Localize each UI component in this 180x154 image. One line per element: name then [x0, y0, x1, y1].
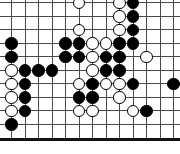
board-intersection[interactable]: [32, 77, 46, 91]
white-stone: [113, 91, 125, 103]
board-intersection[interactable]: [153, 104, 167, 118]
board-intersection[interactable]: [167, 37, 180, 51]
board-intersection[interactable]: [153, 77, 167, 91]
board-intersection[interactable]: [167, 23, 180, 37]
board-intersection[interactable]: [167, 91, 180, 105]
white-stone: [86, 105, 98, 117]
board-intersection[interactable]: [72, 0, 86, 10]
board-intersection[interactable]: [5, 64, 19, 78]
black-stone: [86, 91, 98, 103]
board-intersection[interactable]: [140, 0, 154, 10]
board-intersection[interactable]: [99, 64, 113, 78]
black-stone: [59, 51, 71, 63]
white-stone: [127, 105, 139, 117]
board-intersection[interactable]: [99, 118, 113, 132]
board-intersection[interactable]: [45, 91, 59, 105]
black-stone: [19, 64, 31, 76]
board-intersection[interactable]: [126, 10, 140, 24]
board-intersection[interactable]: [72, 23, 86, 37]
board-intersection[interactable]: [72, 104, 86, 118]
white-stone: [5, 105, 17, 117]
white-stone: [140, 51, 152, 63]
board-intersection[interactable]: [32, 118, 46, 132]
board-intersection[interactable]: [153, 23, 167, 37]
board-intersection[interactable]: [99, 50, 113, 64]
board-intersection[interactable]: [153, 64, 167, 78]
board-intersection[interactable]: [32, 104, 46, 118]
board-intersection[interactable]: [32, 37, 46, 51]
white-stone: [113, 0, 125, 9]
board-intersection[interactable]: [140, 91, 154, 105]
board-intersection[interactable]: [18, 64, 32, 78]
white-stone: [100, 37, 112, 49]
board-intersection[interactable]: [86, 50, 100, 64]
board-intersection[interactable]: [5, 91, 19, 105]
board-intersection[interactable]: [45, 64, 59, 78]
board-intersection[interactable]: [99, 131, 113, 145]
board-intersection[interactable]: [72, 10, 86, 24]
board-intersection[interactable]: [72, 77, 86, 91]
black-stone: [127, 37, 139, 49]
board-intersection[interactable]: [59, 23, 73, 37]
black-stone: [127, 24, 139, 36]
black-stone: [32, 64, 44, 76]
board-intersection[interactable]: [45, 77, 59, 91]
board-intersection[interactable]: [59, 91, 73, 105]
board-intersection[interactable]: [45, 131, 59, 145]
white-stone: [86, 51, 98, 63]
board-intersection[interactable]: [99, 23, 113, 37]
board-intersection[interactable]: [45, 10, 59, 24]
board-intersection[interactable]: [113, 64, 127, 78]
board-intersection[interactable]: [72, 91, 86, 105]
go-board[interactable]: [5, 0, 180, 145]
board-intersection[interactable]: [126, 104, 140, 118]
black-stone: [73, 51, 85, 63]
board-intersection[interactable]: [5, 77, 19, 91]
board-intersection[interactable]: [86, 104, 100, 118]
black-stone: [100, 51, 112, 63]
board-intersection[interactable]: [72, 131, 86, 145]
board-intersection[interactable]: [18, 131, 32, 145]
white-stone: [113, 78, 125, 90]
board-intersection[interactable]: [153, 91, 167, 105]
board-intersection[interactable]: [153, 131, 167, 145]
board-intersection[interactable]: [5, 37, 19, 51]
board-intersection[interactable]: [86, 23, 100, 37]
board-intersection[interactable]: [140, 77, 154, 91]
black-stone: [46, 64, 58, 76]
board-intersection[interactable]: [167, 118, 180, 132]
board-intersection[interactable]: [86, 118, 100, 132]
board-intersection[interactable]: [167, 0, 180, 10]
board-intersection[interactable]: [59, 104, 73, 118]
board-intersection[interactable]: [59, 37, 73, 51]
white-stone: [73, 105, 85, 117]
board-intersection[interactable]: [99, 91, 113, 105]
board-intersection[interactable]: [167, 77, 180, 91]
board-intersection[interactable]: [140, 23, 154, 37]
black-stone: [140, 105, 152, 117]
board-intersection[interactable]: [18, 118, 32, 132]
white-stone: [73, 24, 85, 36]
black-stone: [86, 78, 98, 90]
white-stone: [113, 24, 125, 36]
board-intersection[interactable]: [45, 104, 59, 118]
board-intersection[interactable]: [5, 0, 19, 10]
black-stone: [59, 37, 71, 49]
board-intersection[interactable]: [59, 118, 73, 132]
black-stone: [5, 51, 17, 63]
board-intersection[interactable]: [45, 23, 59, 37]
board-intersection[interactable]: [167, 10, 180, 24]
board-intersection[interactable]: [99, 37, 113, 51]
black-stone: [5, 37, 17, 49]
board-intersection[interactable]: [59, 50, 73, 64]
board-intersection[interactable]: [59, 131, 73, 145]
board-intersection[interactable]: [167, 131, 180, 145]
board-intersection[interactable]: [126, 0, 140, 10]
board-intersection[interactable]: [167, 64, 180, 78]
board-intersection[interactable]: [59, 0, 73, 10]
board-intersection[interactable]: [18, 0, 32, 10]
board-intersection[interactable]: [140, 131, 154, 145]
board-intersection[interactable]: [167, 50, 180, 64]
board-intersection[interactable]: [126, 37, 140, 51]
black-stone: [73, 91, 85, 103]
black-stone: [127, 0, 139, 9]
board-intersection[interactable]: [99, 10, 113, 24]
go-board-diagram: [0, 0, 180, 154]
black-stone: [127, 10, 139, 22]
board-intersection[interactable]: [113, 50, 127, 64]
board-intersection[interactable]: [99, 0, 113, 10]
board-intersection[interactable]: [140, 64, 154, 78]
board-intersection[interactable]: [113, 0, 127, 10]
white-stone: [73, 78, 85, 90]
board-intersection[interactable]: [32, 64, 46, 78]
board-intersection[interactable]: [72, 50, 86, 64]
board-intersection[interactable]: [86, 91, 100, 105]
board-intersection[interactable]: [86, 10, 100, 24]
board-intersection[interactable]: [153, 37, 167, 51]
board-intersection[interactable]: [18, 77, 32, 91]
board-intersection[interactable]: [153, 50, 167, 64]
board-intersection[interactable]: [45, 118, 59, 132]
black-stone: [5, 118, 17, 130]
white-stone: [86, 37, 98, 49]
white-stone: [5, 78, 17, 90]
board-intersection[interactable]: [59, 64, 73, 78]
board-intersection[interactable]: [18, 10, 32, 24]
board-intersection[interactable]: [18, 104, 32, 118]
board-intersection[interactable]: [32, 0, 46, 10]
board-intersection[interactable]: [45, 37, 59, 51]
board-intersection[interactable]: [99, 77, 113, 91]
black-stone: [127, 78, 139, 90]
black-stone: [73, 37, 85, 49]
board-intersection[interactable]: [59, 77, 73, 91]
board-intersection[interactable]: [167, 104, 180, 118]
board-intersection[interactable]: [86, 64, 100, 78]
board-intersection[interactable]: [86, 0, 100, 10]
black-stone: [100, 64, 112, 76]
board-intersection[interactable]: [113, 10, 127, 24]
board-intersection[interactable]: [126, 118, 140, 132]
board-intersection[interactable]: [126, 50, 140, 64]
white-stone: [86, 64, 98, 76]
board-intersection[interactable]: [72, 37, 86, 51]
board-intersection[interactable]: [5, 118, 19, 132]
board-intersection[interactable]: [32, 131, 46, 145]
board-intersection[interactable]: [140, 50, 154, 64]
board-intersection[interactable]: [140, 37, 154, 51]
board-intersection[interactable]: [45, 50, 59, 64]
board-intersection[interactable]: [5, 50, 19, 64]
white-stone: [113, 10, 125, 22]
white-stone: [73, 0, 85, 9]
board-intersection[interactable]: [140, 118, 154, 132]
board-intersection[interactable]: [113, 37, 127, 51]
board-intersection[interactable]: [140, 104, 154, 118]
board-intersection[interactable]: [126, 23, 140, 37]
board-intersection[interactable]: [59, 10, 73, 24]
board-intersection[interactable]: [113, 104, 127, 118]
board-intersection[interactable]: [5, 104, 19, 118]
board-intersection[interactable]: [32, 91, 46, 105]
board-intersection[interactable]: [99, 104, 113, 118]
board-intersection[interactable]: [86, 77, 100, 91]
board-intersection[interactable]: [86, 37, 100, 51]
board-intersection[interactable]: [72, 118, 86, 132]
board-intersection[interactable]: [86, 131, 100, 145]
black-stone: [113, 51, 125, 63]
board-intersection[interactable]: [126, 91, 140, 105]
board-intersection[interactable]: [18, 23, 32, 37]
black-stone: [167, 78, 179, 90]
white-stone: [100, 78, 112, 90]
board-intersection[interactable]: [113, 23, 127, 37]
black-stone: [19, 105, 31, 117]
board-intersection[interactable]: [45, 0, 59, 10]
black-stone: [113, 64, 125, 76]
black-stone: [113, 37, 125, 49]
board-intersection[interactable]: [126, 64, 140, 78]
white-stone: [5, 91, 17, 103]
board-intersection[interactable]: [153, 118, 167, 132]
board-intersection[interactable]: [18, 91, 32, 105]
black-stone: [19, 78, 31, 90]
board-intersection[interactable]: [153, 0, 167, 10]
board-intersection[interactable]: [72, 64, 86, 78]
board-intersection[interactable]: [126, 131, 140, 145]
board-intersection[interactable]: [113, 77, 127, 91]
board-intersection[interactable]: [32, 23, 46, 37]
board-intersection[interactable]: [32, 50, 46, 64]
board-intersection[interactable]: [5, 10, 19, 24]
board-intersection[interactable]: [113, 91, 127, 105]
board-intersection[interactable]: [126, 77, 140, 91]
board-intersection[interactable]: [32, 10, 46, 24]
board-intersection[interactable]: [18, 37, 32, 51]
board-intersection[interactable]: [140, 10, 154, 24]
board-intersection[interactable]: [113, 118, 127, 132]
board-intersection[interactable]: [113, 131, 127, 145]
white-stone: [5, 64, 17, 76]
board-intersection[interactable]: [153, 10, 167, 24]
black-stone: [19, 91, 31, 103]
board-intersection[interactable]: [5, 23, 19, 37]
board-intersection[interactable]: [18, 50, 32, 64]
board-intersection[interactable]: [5, 131, 19, 145]
